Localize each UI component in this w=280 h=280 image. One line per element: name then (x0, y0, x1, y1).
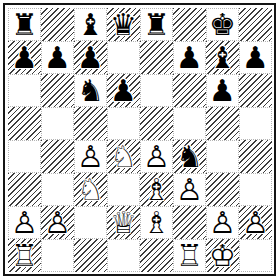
piece-glyph: ♙ (41, 206, 74, 239)
square-f7[interactable]: ♟♟ (173, 41, 206, 74)
piece-glyph: ♘ (74, 173, 107, 206)
white-king[interactable]: ♚♔ (206, 239, 239, 272)
square-h2[interactable]: ♟♙ (239, 206, 272, 239)
square-a2[interactable]: ♟♙ (8, 206, 41, 239)
square-f5[interactable] (173, 107, 206, 140)
square-d8[interactable]: ♛♛ (107, 8, 140, 41)
piece-glyph: ♙ (75, 141, 106, 172)
square-g1[interactable]: ♚♔ (206, 239, 239, 272)
square-d6[interactable]: ♟♟ (107, 74, 140, 107)
square-g4[interactable] (206, 140, 239, 173)
square-b1[interactable] (41, 239, 74, 272)
piece-glyph: ♕ (107, 206, 140, 239)
piece-glyph: ♟ (207, 75, 238, 106)
square-b8[interactable] (41, 8, 74, 41)
square-b5[interactable] (41, 107, 74, 140)
white-pawn[interactable]: ♟♙ (141, 141, 172, 172)
square-a7[interactable]: ♟♟ (8, 41, 41, 74)
square-c1[interactable] (74, 239, 107, 272)
piece-glyph: ♟ (240, 42, 271, 73)
white-pawn[interactable]: ♟♙ (174, 174, 205, 205)
black-pawn[interactable]: ♟♟ (8, 41, 41, 74)
piece-glyph: ♙ (174, 174, 205, 205)
black-bishop[interactable]: ♝♝ (75, 9, 106, 40)
square-g2[interactable]: ♟♙ (206, 206, 239, 239)
piece-glyph: ♝ (75, 9, 106, 40)
white-pawn[interactable]: ♟♙ (207, 207, 238, 238)
square-h3[interactable] (239, 173, 272, 206)
square-b4[interactable] (41, 140, 74, 173)
square-b6[interactable] (41, 74, 74, 107)
white-knight[interactable]: ♞♘ (74, 173, 107, 206)
square-d3[interactable] (107, 173, 140, 206)
square-h4[interactable] (239, 140, 272, 173)
piece-glyph: ♛ (107, 8, 140, 41)
square-h7[interactable]: ♟♟ (239, 41, 272, 74)
square-e1[interactable] (140, 239, 173, 272)
piece-glyph: ♞ (173, 140, 206, 173)
square-e7[interactable] (140, 41, 173, 74)
piece-glyph: ♟ (74, 41, 107, 74)
square-f1[interactable]: ♜♖ (173, 239, 206, 272)
piece-glyph: ♙ (239, 206, 272, 239)
piece-glyph: ♖ (174, 240, 205, 271)
white-rook[interactable]: ♜♖ (8, 239, 41, 272)
square-c3[interactable]: ♞♘ (74, 173, 107, 206)
white-rook[interactable]: ♜♖ (174, 240, 205, 271)
black-pawn[interactable]: ♟♟ (42, 42, 73, 73)
square-a1[interactable]: ♜♖ (8, 239, 41, 272)
square-c4[interactable]: ♟♙ (74, 140, 107, 173)
square-b7[interactable]: ♟♟ (41, 41, 74, 74)
piece-glyph: ♚ (207, 9, 238, 40)
square-g6[interactable]: ♟♟ (206, 74, 239, 107)
black-pawn[interactable]: ♟♟ (107, 74, 140, 107)
square-a8[interactable]: ♜♜ (8, 8, 41, 41)
black-knight[interactable]: ♞♞ (173, 140, 206, 173)
square-h5[interactable] (239, 107, 272, 140)
white-pawn[interactable]: ♟♙ (239, 206, 272, 239)
white-bishop[interactable]: ♝♗ (141, 207, 172, 238)
black-knight[interactable]: ♞♞ (75, 75, 106, 106)
square-e6[interactable] (140, 74, 173, 107)
white-queen[interactable]: ♛♕ (107, 206, 140, 239)
piece-glyph: ♗ (141, 207, 172, 238)
piece-glyph: ♟ (42, 42, 73, 73)
square-d4[interactable]: ♞♘ (107, 140, 140, 173)
piece-glyph: ♟ (8, 41, 41, 74)
black-pawn[interactable]: ♟♟ (240, 42, 271, 73)
black-rook[interactable]: ♜♜ (141, 9, 172, 40)
square-f4[interactable]: ♞♞ (173, 140, 206, 173)
piece-glyph: ♔ (206, 239, 239, 272)
black-pawn[interactable]: ♟♟ (174, 42, 205, 73)
white-knight[interactable]: ♞♘ (107, 140, 140, 173)
square-b3[interactable] (41, 173, 74, 206)
piece-glyph: ♜ (9, 9, 40, 40)
square-c5[interactable] (74, 107, 107, 140)
piece-glyph: ♟ (107, 74, 140, 107)
piece-glyph: ♙ (141, 141, 172, 172)
black-king[interactable]: ♚♚ (207, 9, 238, 40)
white-pawn[interactable]: ♟♙ (9, 207, 40, 238)
square-f8[interactable] (173, 8, 206, 41)
white-pawn[interactable]: ♟♙ (41, 206, 74, 239)
piece-glyph: ♞ (75, 75, 106, 106)
square-e2[interactable]: ♝♗ (140, 206, 173, 239)
square-d7[interactable] (107, 41, 140, 74)
square-c8[interactable]: ♝♝ (74, 8, 107, 41)
square-f6[interactable] (173, 74, 206, 107)
square-a3[interactable] (8, 173, 41, 206)
piece-glyph: ♖ (8, 239, 41, 272)
black-pawn[interactable]: ♟♟ (207, 75, 238, 106)
square-h8[interactable] (239, 8, 272, 41)
chess-diagram: ♜♜♝♝♛♛♜♜♚♚♟♟♟♟♟♟♟♟♝♝♟♟♞♞♟♟♟♟♟♙♞♘♟♙♞♞♞♘♝♗… (0, 0, 280, 280)
square-e4[interactable]: ♟♙ (140, 140, 173, 173)
square-f2[interactable] (173, 206, 206, 239)
square-h6[interactable] (239, 74, 272, 107)
square-g8[interactable]: ♚♚ (206, 8, 239, 41)
square-d1[interactable] (107, 239, 140, 272)
piece-glyph: ♝ (206, 41, 239, 74)
piece-glyph: ♗ (140, 173, 173, 206)
white-bishop[interactable]: ♝♗ (140, 173, 173, 206)
black-pawn[interactable]: ♟♟ (74, 41, 107, 74)
piece-glyph: ♜ (141, 9, 172, 40)
square-g5[interactable] (206, 107, 239, 140)
square-d5[interactable] (107, 107, 140, 140)
square-g7[interactable]: ♝♝ (206, 41, 239, 74)
chess-board: ♜♜♝♝♛♛♜♜♚♚♟♟♟♟♟♟♟♟♝♝♟♟♞♞♟♟♟♟♟♙♞♘♟♙♞♞♞♘♝♗… (8, 8, 272, 272)
square-e8[interactable]: ♜♜ (140, 8, 173, 41)
square-e3[interactable]: ♝♗ (140, 173, 173, 206)
square-d2[interactable]: ♛♕ (107, 206, 140, 239)
square-h1[interactable] (239, 239, 272, 272)
black-queen[interactable]: ♛♛ (107, 8, 140, 41)
piece-glyph: ♟ (174, 42, 205, 73)
square-b2[interactable]: ♟♙ (41, 206, 74, 239)
piece-glyph: ♘ (107, 140, 140, 173)
square-g3[interactable] (206, 173, 239, 206)
black-bishop[interactable]: ♝♝ (206, 41, 239, 74)
square-a4[interactable] (8, 140, 41, 173)
black-rook[interactable]: ♜♜ (9, 9, 40, 40)
piece-glyph: ♙ (207, 207, 238, 238)
piece-glyph: ♙ (9, 207, 40, 238)
square-e5[interactable] (140, 107, 173, 140)
square-c7[interactable]: ♟♟ (74, 41, 107, 74)
square-f3[interactable]: ♟♙ (173, 173, 206, 206)
white-pawn[interactable]: ♟♙ (75, 141, 106, 172)
square-c6[interactable]: ♞♞ (74, 74, 107, 107)
square-a5[interactable] (8, 107, 41, 140)
square-c2[interactable] (74, 206, 107, 239)
square-a6[interactable] (8, 74, 41, 107)
